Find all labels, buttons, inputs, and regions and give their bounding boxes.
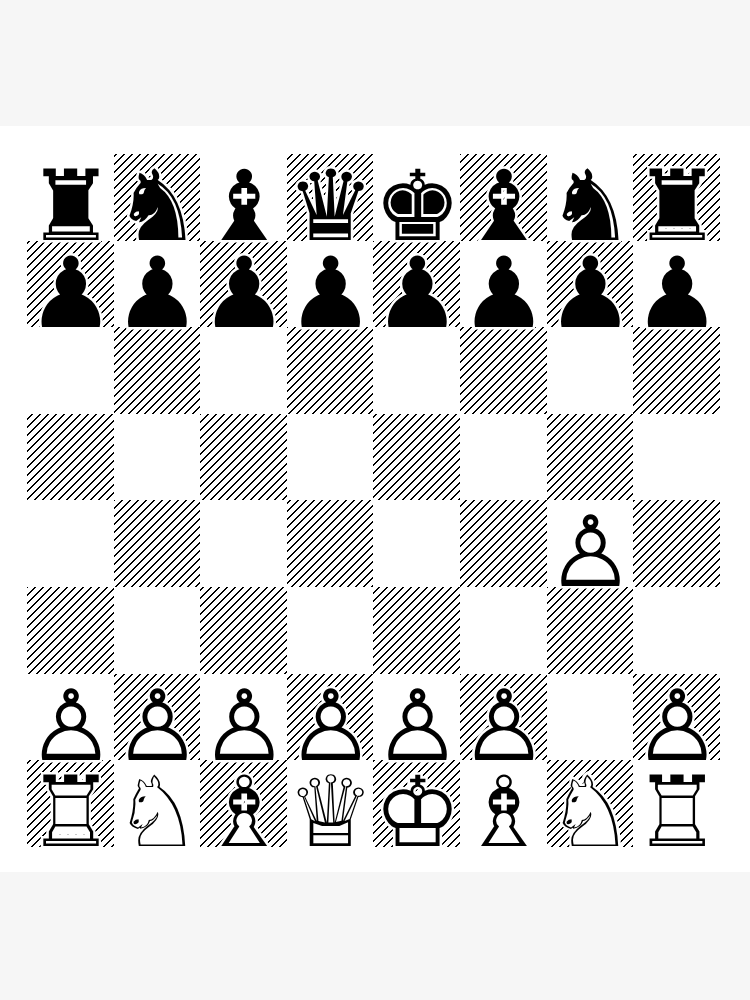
white-bishop: ♝♗ [460, 760, 547, 847]
white-pawn: ♟♙ [547, 500, 634, 587]
square-d5 [287, 414, 374, 501]
black-knight: ♞♞ [547, 154, 634, 241]
white-rook-glyph: ♖ [633, 763, 721, 861]
white-pawn: ♟♙ [633, 674, 720, 761]
square-f6 [460, 327, 547, 414]
square-g1: ♞♘ [547, 760, 634, 847]
black-knight: ♞♞ [114, 154, 201, 241]
white-rook: ♜♖ [633, 760, 720, 847]
square-c7: ♟♟ [200, 241, 287, 328]
square-g7: ♟♟ [547, 241, 634, 328]
black-pawn: ♟♟ [633, 241, 720, 328]
square-a5 [27, 414, 114, 501]
white-bishop-glyph: ♗ [460, 763, 548, 861]
square-d6 [287, 327, 374, 414]
square-b4 [114, 500, 201, 587]
square-e1: ♚♔ [373, 760, 460, 847]
square-a7: ♟♟ [27, 241, 114, 328]
square-b3 [114, 587, 201, 674]
square-f1: ♝♗ [460, 760, 547, 847]
square-d3 [287, 587, 374, 674]
white-pawn: ♟♙ [373, 674, 460, 761]
square-g4: ♟♙ [547, 500, 634, 587]
square-e4 [373, 500, 460, 587]
square-d4 [287, 500, 374, 587]
square-f3 [460, 587, 547, 674]
square-f5 [460, 414, 547, 501]
square-g6 [547, 327, 634, 414]
square-c8: ♝♝ [200, 154, 287, 241]
white-pawn: ♟♙ [27, 674, 114, 761]
white-knight: ♞♘ [547, 760, 634, 847]
square-h1: ♜♖ [633, 760, 720, 847]
square-f4 [460, 500, 547, 587]
black-bishop: ♝♝ [460, 154, 547, 241]
chess-diagram-page: ♜♜♞♞♝♝♛♛♚♚♝♝♞♞♜♜♟♟♟♟♟♟♟♟♟♟♟♟♟♟♟♟♟♙♟♙♟♙♟♙… [0, 0, 750, 1000]
square-b1: ♞♘ [114, 760, 201, 847]
square-d1: ♛♕ [287, 760, 374, 847]
black-pawn: ♟♟ [373, 241, 460, 328]
white-rook-glyph: ♖ [27, 763, 115, 861]
square-a2: ♟♙ [27, 674, 114, 761]
square-c4 [200, 500, 287, 587]
black-pawn: ♟♟ [27, 241, 114, 328]
black-pawn: ♟♟ [114, 241, 201, 328]
square-e5 [373, 414, 460, 501]
black-bishop: ♝♝ [200, 154, 287, 241]
square-h3 [633, 587, 720, 674]
square-h2: ♟♙ [633, 674, 720, 761]
square-e8: ♚♚ [373, 154, 460, 241]
white-pawn: ♟♙ [114, 674, 201, 761]
black-pawn: ♟♟ [460, 241, 547, 328]
square-f8: ♝♝ [460, 154, 547, 241]
white-pawn: ♟♙ [200, 674, 287, 761]
square-b7: ♟♟ [114, 241, 201, 328]
white-pawn: ♟♙ [287, 674, 374, 761]
white-king-glyph: ♔ [373, 763, 461, 861]
square-d7: ♟♟ [287, 241, 374, 328]
square-a3 [27, 587, 114, 674]
square-f7: ♟♟ [460, 241, 547, 328]
square-g8: ♞♞ [547, 154, 634, 241]
square-c2: ♟♙ [200, 674, 287, 761]
square-g5 [547, 414, 634, 501]
square-c6 [200, 327, 287, 414]
square-a6 [27, 327, 114, 414]
white-knight-glyph: ♘ [114, 763, 202, 861]
black-pawn: ♟♟ [200, 241, 287, 328]
square-h8: ♜♜ [633, 154, 720, 241]
black-queen: ♛♛ [287, 154, 374, 241]
black-rook: ♜♜ [27, 154, 114, 241]
white-knight: ♞♘ [114, 760, 201, 847]
top-margin-band [0, 0, 750, 126]
white-bishop: ♝♗ [200, 760, 287, 847]
bottom-margin-band [0, 872, 750, 1000]
square-e7: ♟♟ [373, 241, 460, 328]
square-h4 [633, 500, 720, 587]
white-king: ♚♔ [373, 760, 460, 847]
white-queen-glyph: ♕ [287, 763, 375, 861]
square-h6 [633, 327, 720, 414]
square-h5 [633, 414, 720, 501]
white-rook: ♜♖ [27, 760, 114, 847]
square-a8: ♜♜ [27, 154, 114, 241]
white-queen: ♛♕ [287, 760, 374, 847]
black-pawn: ♟♟ [287, 241, 374, 328]
square-e2: ♟♙ [373, 674, 460, 761]
black-king: ♚♚ [373, 154, 460, 241]
square-c5 [200, 414, 287, 501]
square-b6 [114, 327, 201, 414]
square-c3 [200, 587, 287, 674]
square-f2: ♟♙ [460, 674, 547, 761]
square-b2: ♟♙ [114, 674, 201, 761]
white-knight-glyph: ♘ [547, 763, 635, 861]
square-h7: ♟♟ [633, 241, 720, 328]
square-b8: ♞♞ [114, 154, 201, 241]
square-b5 [114, 414, 201, 501]
square-e6 [373, 327, 460, 414]
square-g2 [547, 674, 634, 761]
chess-board: ♜♜♞♞♝♝♛♛♚♚♝♝♞♞♜♜♟♟♟♟♟♟♟♟♟♟♟♟♟♟♟♟♟♙♟♙♟♙♟♙… [27, 154, 720, 847]
white-bishop-glyph: ♗ [200, 763, 288, 861]
square-c1: ♝♗ [200, 760, 287, 847]
black-rook: ♜♜ [633, 154, 720, 241]
square-a4 [27, 500, 114, 587]
square-e3 [373, 587, 460, 674]
square-a1: ♜♖ [27, 760, 114, 847]
square-g3 [547, 587, 634, 674]
square-d2: ♟♙ [287, 674, 374, 761]
square-d8: ♛♛ [287, 154, 374, 241]
black-pawn: ♟♟ [547, 241, 634, 328]
white-pawn: ♟♙ [460, 674, 547, 761]
